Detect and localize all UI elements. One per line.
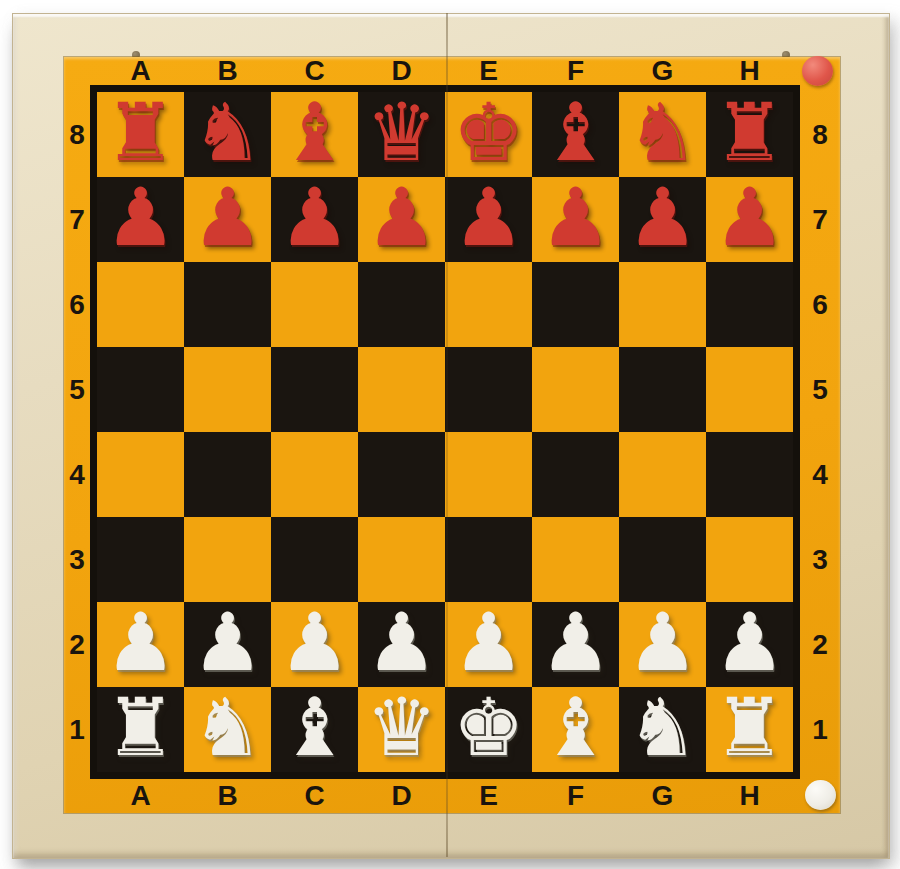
coordinate-label: 2	[64, 602, 90, 687]
square-d5[interactable]	[358, 347, 445, 432]
square-h3[interactable]	[706, 517, 793, 602]
square-g1[interactable]: ♞	[619, 687, 706, 772]
coordinate-label: 4	[64, 432, 90, 517]
red-pawn-piece[interactable]: ♟	[540, 178, 612, 258]
square-h7[interactable]: ♟	[706, 177, 793, 262]
white-king-piece[interactable]: ♚	[453, 688, 525, 768]
square-h8[interactable]: ♜	[706, 92, 793, 177]
square-b6[interactable]	[184, 262, 271, 347]
square-f5[interactable]	[532, 347, 619, 432]
coordinate-label: D	[358, 57, 445, 85]
red-pawn-piece[interactable]: ♟	[366, 178, 438, 258]
square-b4[interactable]	[184, 432, 271, 517]
red-pawn-piece[interactable]: ♟	[714, 178, 786, 258]
file-labels-top: ABCDEFGH	[97, 57, 793, 85]
white-queen-piece[interactable]: ♛	[366, 688, 438, 768]
coordinate-label: H	[706, 779, 793, 813]
square-a6[interactable]	[97, 262, 184, 347]
playing-field: ♜♞♝♛♚♝♞♜♟♟♟♟♟♟♟♟♟♟♟♟♟♟♟♟♜♞♝♛♚♝♞♜	[90, 85, 800, 779]
square-f4[interactable]	[532, 432, 619, 517]
square-e8[interactable]: ♚	[445, 92, 532, 177]
file-labels-bottom: ABCDEFGH	[97, 779, 793, 813]
coordinate-label: 6	[800, 262, 840, 347]
white-pawn-piece[interactable]: ♟	[279, 603, 351, 683]
white-pawn-piece[interactable]: ♟	[540, 603, 612, 683]
white-bishop-piece[interactable]: ♝	[540, 688, 612, 768]
square-f3[interactable]	[532, 517, 619, 602]
coordinate-label: 8	[800, 92, 840, 177]
coordinate-label: 7	[800, 177, 840, 262]
square-h5[interactable]	[706, 347, 793, 432]
square-e6[interactable]	[445, 262, 532, 347]
coordinate-label: 1	[800, 687, 840, 772]
square-g7[interactable]: ♟	[619, 177, 706, 262]
red-bishop-piece[interactable]: ♝	[279, 93, 351, 173]
square-d7[interactable]: ♟	[358, 177, 445, 262]
square-h2[interactable]: ♟	[706, 602, 793, 687]
red-rook-piece[interactable]: ♜	[714, 93, 786, 173]
square-g8[interactable]: ♞	[619, 92, 706, 177]
square-f8[interactable]: ♝	[532, 92, 619, 177]
white-pawn-piece[interactable]: ♟	[714, 603, 786, 683]
square-g5[interactable]	[619, 347, 706, 432]
red-bishop-piece[interactable]: ♝	[540, 93, 612, 173]
square-f2[interactable]: ♟	[532, 602, 619, 687]
red-pawn-piece[interactable]: ♟	[453, 178, 525, 258]
red-pawn-piece[interactable]: ♟	[627, 178, 699, 258]
square-c6[interactable]	[271, 262, 358, 347]
coordinate-label: 1	[64, 687, 90, 772]
red-pawn-piece[interactable]: ♟	[279, 178, 351, 258]
square-g3[interactable]	[619, 517, 706, 602]
square-e5[interactable]	[445, 347, 532, 432]
coordinate-label: F	[532, 779, 619, 813]
rank-labels-right: 87654321	[800, 92, 840, 772]
coordinate-label: C	[271, 57, 358, 85]
demonstration-chess-board-photo: ABCDEFGH ABCDEFGH 87654321 87654321 ♜♞♝♛…	[0, 0, 900, 869]
white-pawn-piece[interactable]: ♟	[627, 603, 699, 683]
white-rook-piece[interactable]: ♜	[714, 688, 786, 768]
coordinate-label: G	[619, 779, 706, 813]
coordinate-label: H	[706, 57, 793, 85]
square-d8[interactable]: ♛	[358, 92, 445, 177]
square-c5[interactable]	[271, 347, 358, 432]
red-pawn-piece[interactable]: ♟	[192, 178, 264, 258]
square-d3[interactable]	[358, 517, 445, 602]
red-king-piece[interactable]: ♚	[453, 93, 525, 173]
square-f6[interactable]	[532, 262, 619, 347]
square-d4[interactable]	[358, 432, 445, 517]
coordinate-label: 3	[64, 517, 90, 602]
square-b2[interactable]: ♟	[184, 602, 271, 687]
white-pawn-piece[interactable]: ♟	[105, 603, 177, 683]
coordinate-label: 2	[800, 602, 840, 687]
red-pawn-piece[interactable]: ♟	[105, 178, 177, 258]
coordinate-label: B	[184, 779, 271, 813]
square-d2[interactable]: ♟	[358, 602, 445, 687]
coordinate-label: 4	[800, 432, 840, 517]
coordinate-label: 8	[64, 92, 90, 177]
square-c4[interactable]	[271, 432, 358, 517]
square-c1[interactable]: ♝	[271, 687, 358, 772]
square-e2[interactable]: ♟	[445, 602, 532, 687]
square-h1[interactable]: ♜	[706, 687, 793, 772]
square-c7[interactable]: ♟	[271, 177, 358, 262]
coordinate-label: E	[445, 779, 532, 813]
square-c8[interactable]: ♝	[271, 92, 358, 177]
square-b5[interactable]	[184, 347, 271, 432]
coordinate-label: A	[97, 779, 184, 813]
white-pawn-piece[interactable]: ♟	[453, 603, 525, 683]
square-d1[interactable]: ♛	[358, 687, 445, 772]
square-b8[interactable]: ♞	[184, 92, 271, 177]
coordinate-label: 3	[800, 517, 840, 602]
coordinate-label: 7	[64, 177, 90, 262]
square-e1[interactable]: ♚	[445, 687, 532, 772]
square-c3[interactable]	[271, 517, 358, 602]
coordinate-label: G	[619, 57, 706, 85]
red-queen-piece[interactable]: ♛	[366, 93, 438, 173]
white-magnet-dot	[805, 780, 836, 810]
white-bishop-piece[interactable]: ♝	[279, 688, 351, 768]
square-h4[interactable]	[706, 432, 793, 517]
coordinate-label: 5	[800, 347, 840, 432]
square-a5[interactable]	[97, 347, 184, 432]
rank-labels-left: 87654321	[64, 92, 90, 772]
square-g4[interactable]	[619, 432, 706, 517]
square-c2[interactable]: ♟	[271, 602, 358, 687]
square-f1[interactable]: ♝	[532, 687, 619, 772]
red-knight-piece[interactable]: ♞	[627, 93, 699, 173]
square-b7[interactable]: ♟	[184, 177, 271, 262]
coordinate-label: C	[271, 779, 358, 813]
coordinate-label: A	[97, 57, 184, 85]
square-a3[interactable]	[97, 517, 184, 602]
white-pawn-piece[interactable]: ♟	[192, 603, 264, 683]
white-rook-piece[interactable]: ♜	[105, 688, 177, 768]
white-knight-piece[interactable]: ♞	[192, 688, 264, 768]
square-a4[interactable]	[97, 432, 184, 517]
square-e3[interactable]	[445, 517, 532, 602]
coordinate-label: 6	[64, 262, 90, 347]
square-f7[interactable]: ♟	[532, 177, 619, 262]
square-a2[interactable]: ♟	[97, 602, 184, 687]
square-h6[interactable]	[706, 262, 793, 347]
square-a7[interactable]: ♟	[97, 177, 184, 262]
coordinate-label: B	[184, 57, 271, 85]
red-rook-piece[interactable]: ♜	[105, 93, 177, 173]
square-b1[interactable]: ♞	[184, 687, 271, 772]
square-g2[interactable]: ♟	[619, 602, 706, 687]
square-g6[interactable]	[619, 262, 706, 347]
white-pawn-piece[interactable]: ♟	[366, 603, 438, 683]
square-b3[interactable]	[184, 517, 271, 602]
coordinate-label: F	[532, 57, 619, 85]
square-e4[interactable]	[445, 432, 532, 517]
coordinate-label: E	[445, 57, 532, 85]
square-a8[interactable]: ♜	[97, 92, 184, 177]
red-magnet-dot	[802, 56, 833, 86]
white-knight-piece[interactable]: ♞	[627, 688, 699, 768]
square-d6[interactable]	[358, 262, 445, 347]
square-e7[interactable]: ♟	[445, 177, 532, 262]
square-a1[interactable]: ♜	[97, 687, 184, 772]
coordinate-label: 5	[64, 347, 90, 432]
red-knight-piece[interactable]: ♞	[192, 93, 264, 173]
coordinate-label: D	[358, 779, 445, 813]
